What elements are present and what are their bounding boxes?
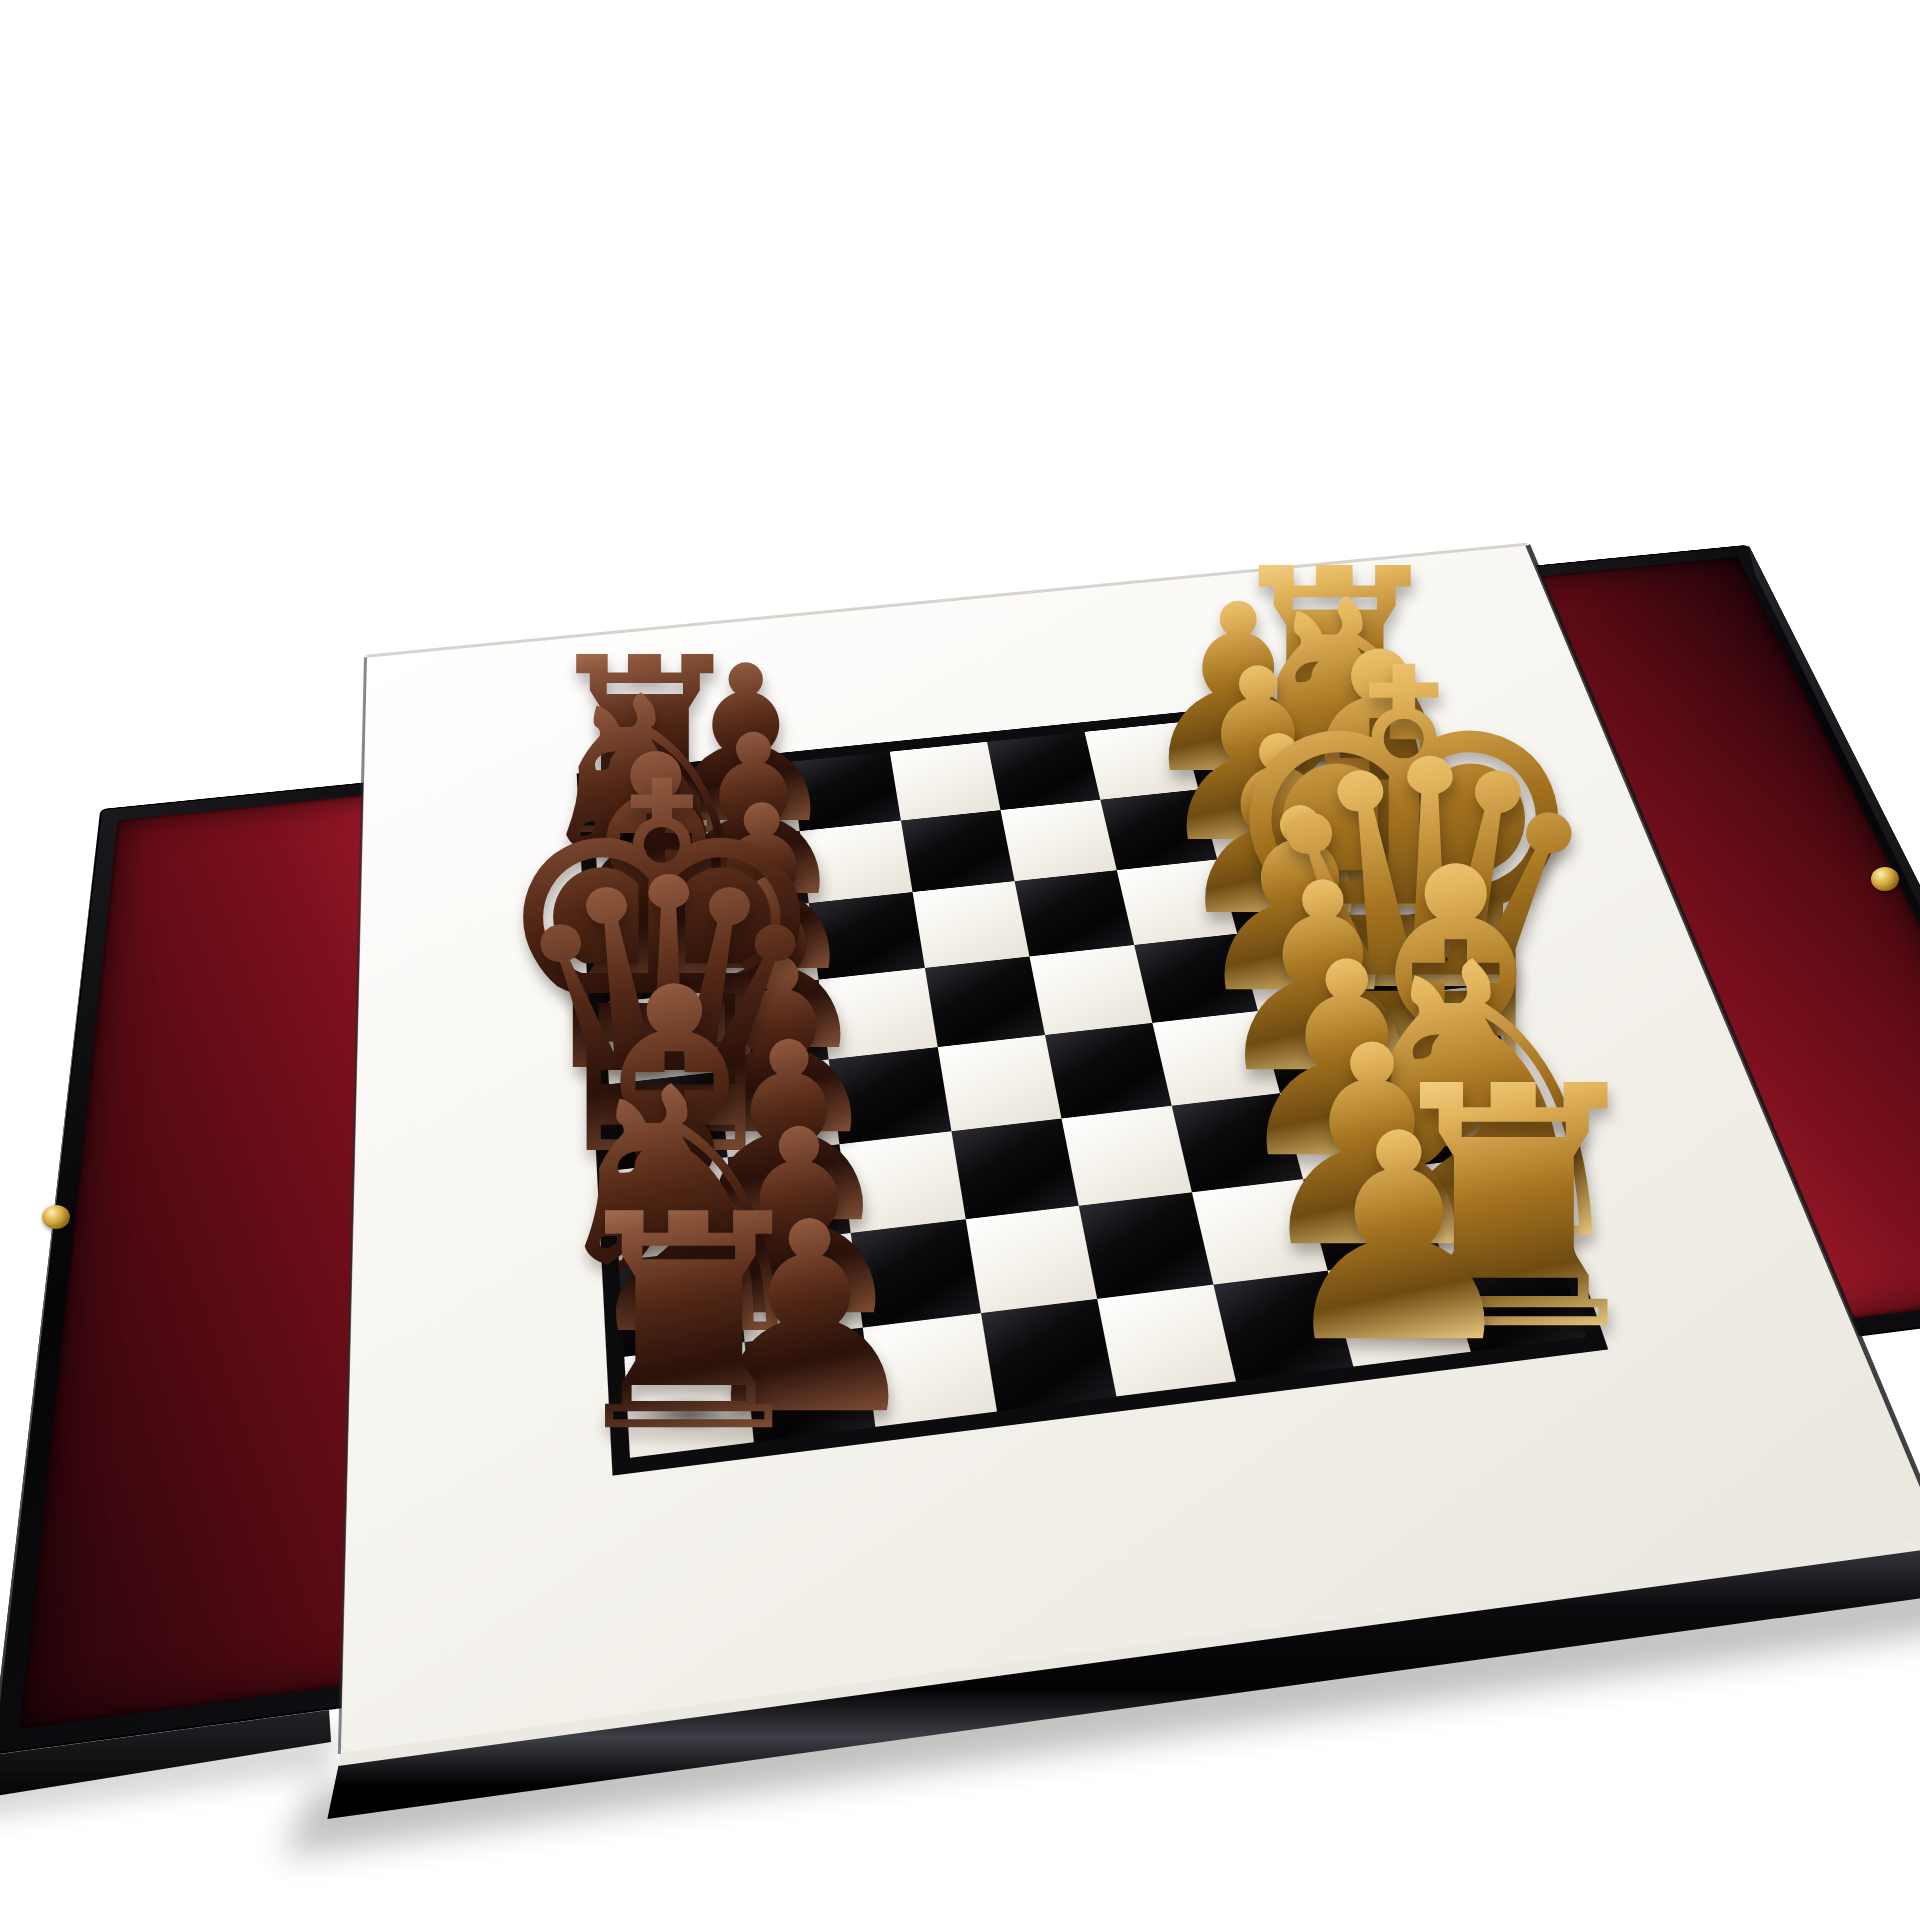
square-f4[interactable] (1015, 870, 1134, 956)
square-b5[interactable] (965, 1206, 1097, 1313)
square-h4[interactable] (987, 732, 1100, 810)
piece-black-rook[interactable]: ♜ (540, 1176, 837, 1473)
square-c5[interactable] (951, 1118, 1079, 1219)
white-piece-glyph: ♟ (1271, 1096, 1527, 1382)
square-d4[interactable] (1045, 1023, 1171, 1118)
square-d5[interactable] (937, 1035, 1061, 1131)
square-c4[interactable] (1061, 1105, 1191, 1205)
square-a5[interactable] (980, 1298, 1116, 1411)
black-piece-glyph: ♜ (556, 1176, 822, 1473)
square-f5[interactable] (912, 881, 1029, 968)
square-a4[interactable] (1097, 1284, 1235, 1396)
square-g4[interactable] (1000, 799, 1116, 881)
square-g5[interactable] (900, 810, 1014, 892)
piece-white-pawn[interactable]: ♟ (1256, 1096, 1542, 1382)
left-drawer-knob[interactable] (42, 1205, 70, 1229)
square-e5[interactable] (924, 956, 1045, 1047)
square-e4[interactable] (1029, 945, 1151, 1035)
square-b4[interactable] (1079, 1192, 1213, 1298)
right-drawer-knob[interactable] (1871, 867, 1899, 891)
square-h5[interactable] (889, 742, 1000, 820)
product-photo-stage: ♜♟♟♜♞♟♟♞♝♟♟♝♚♟♟♚♛♟♟♛♝♟♟♝♞♟♟♞♜♟♟♜ (0, 0, 1920, 1920)
